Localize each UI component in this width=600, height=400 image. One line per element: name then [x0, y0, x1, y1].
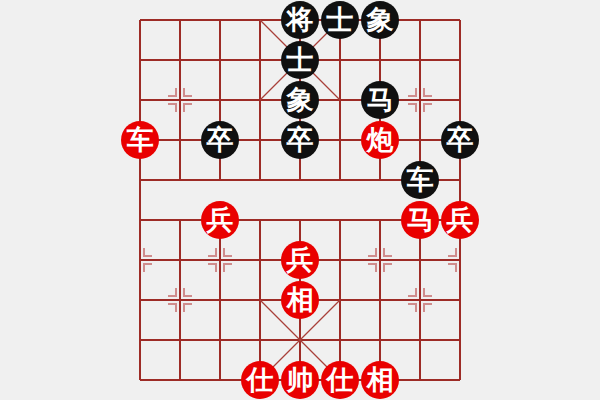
board-point-0-3: 车	[120, 120, 160, 160]
board-point-5-9: 仕	[320, 360, 360, 400]
board-point-4-0: 将	[280, 0, 320, 40]
red-advisor[interactable]: 仕	[321, 361, 359, 399]
board-point-5-0: 士	[320, 0, 360, 40]
xiangqi-app: 将士象士象马车卒卒炮卒车兵马兵兵相仕帅仕相	[0, 0, 600, 400]
pieces-layer: 将士象士象马车卒卒炮卒车兵马兵兵相仕帅仕相	[120, 0, 480, 400]
red-horse[interactable]: 马	[401, 201, 439, 239]
board-point-6-2: 马	[360, 80, 400, 120]
board-point-4-2: 象	[280, 80, 320, 120]
board-point-4-3: 卒	[280, 120, 320, 160]
board-point-8-5: 兵	[440, 200, 480, 240]
black-general[interactable]: 将	[281, 1, 319, 39]
red-advisor[interactable]: 仕	[241, 361, 279, 399]
board-point-2-5: 兵	[200, 200, 240, 240]
black-horse[interactable]: 马	[361, 81, 399, 119]
red-general[interactable]: 帅	[281, 361, 319, 399]
black-elephant[interactable]: 象	[361, 1, 399, 39]
black-pawn[interactable]: 卒	[281, 121, 319, 159]
red-cannon[interactable]: 炮	[361, 121, 399, 159]
red-chariot[interactable]: 车	[121, 121, 159, 159]
black-pawn[interactable]: 卒	[441, 121, 479, 159]
board-point-4-1: 士	[280, 40, 320, 80]
board-point-6-9: 相	[360, 360, 400, 400]
red-pawn[interactable]: 兵	[201, 201, 239, 239]
board-point-6-0: 象	[360, 0, 400, 40]
board-point-4-9: 帅	[280, 360, 320, 400]
board-point-7-5: 马	[400, 200, 440, 240]
board-point-3-9: 仕	[240, 360, 280, 400]
red-elephant[interactable]: 相	[361, 361, 399, 399]
board-point-7-4: 车	[400, 160, 440, 200]
board-point-4-7: 相	[280, 280, 320, 320]
board-point-4-6: 兵	[280, 240, 320, 280]
black-advisor[interactable]: 士	[281, 41, 319, 79]
black-advisor[interactable]: 士	[321, 1, 359, 39]
board-point-6-3: 炮	[360, 120, 400, 160]
red-pawn[interactable]: 兵	[441, 201, 479, 239]
board-point-2-3: 卒	[200, 120, 240, 160]
black-elephant[interactable]: 象	[281, 81, 319, 119]
board-point-8-3: 卒	[440, 120, 480, 160]
red-pawn[interactable]: 兵	[281, 241, 319, 279]
red-elephant[interactable]: 相	[281, 281, 319, 319]
black-chariot[interactable]: 车	[401, 161, 439, 199]
black-pawn[interactable]: 卒	[201, 121, 239, 159]
